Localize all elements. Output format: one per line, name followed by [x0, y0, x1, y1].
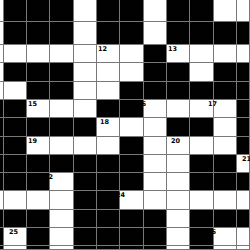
cell-r5c4-white[interactable] [74, 100, 97, 118]
cell-r4c8-black [167, 82, 190, 100]
cell-r13c8-white[interactable] [167, 246, 190, 250]
cell-r7c5-white[interactable] [97, 137, 120, 155]
cell-r1c10-black [214, 22, 237, 45]
cell-r2c4-white[interactable] [74, 45, 97, 63]
cell-r0c10-white[interactable] [214, 0, 237, 22]
cell-r3c6-white[interactable] [120, 63, 144, 82]
cell-r13c7-black [144, 246, 167, 250]
cell-r0c9-black [190, 0, 214, 22]
cell-r13c3-white[interactable] [50, 246, 74, 250]
cell-r12c5-black [97, 228, 120, 246]
cell-r6c7-white[interactable] [144, 118, 167, 137]
cell-r2c7-black [144, 45, 167, 63]
cell-r1c5-black [97, 22, 120, 45]
cell-r3c4-white[interactable] [74, 63, 97, 82]
cell-r10c1-white[interactable] [4, 191, 27, 210]
cell-r7c7-white[interactable] [144, 137, 167, 155]
clue-number-20: 20 [171, 138, 180, 145]
clue-number-25: 25 [9, 229, 18, 236]
cell-r12c11-white[interactable] [237, 228, 250, 246]
cell-r6c8-black [167, 118, 190, 137]
cell-r3c5-white[interactable] [97, 63, 120, 82]
cell-r8c2-black [27, 155, 50, 173]
cell-r7c10-white[interactable] [214, 137, 237, 155]
cell-r9c11-black [237, 173, 250, 191]
cell-r11c6-black [120, 210, 144, 228]
cell-r12c6-black [120, 228, 144, 246]
cell-r10c11-white[interactable] [237, 191, 250, 210]
cell-r1c7-white[interactable] [144, 22, 167, 45]
cell-r4c11-black [237, 82, 250, 100]
cell-r8c5-black [97, 155, 120, 173]
cell-r10c9-white[interactable] [190, 191, 214, 210]
cell-r1c6-black [120, 22, 144, 45]
clue-number-16: 16 [137, 101, 146, 108]
cell-r3c1-black [4, 63, 27, 82]
cell-r3c2-black [27, 63, 50, 82]
cell-r5c10-white[interactable]: 17 [214, 100, 237, 118]
cell-r12c7-black [144, 228, 167, 246]
cell-r11c7-black [144, 210, 167, 228]
cell-r11c1-black [4, 210, 27, 228]
cell-r9c6-black [120, 173, 144, 191]
cell-r8c3-black [50, 155, 74, 173]
cell-r9c9-black [190, 173, 214, 191]
cell-r5c7-white[interactable]: 16 [144, 100, 167, 118]
cell-r0c1-black [4, 0, 27, 22]
cell-r6c1-black [4, 118, 27, 137]
cell-r11c3-white[interactable] [50, 210, 74, 228]
clue-number-24: 24 [116, 192, 125, 199]
crossword-grid: 12131516171819202122242526 [0, 0, 250, 250]
cell-r2c9-white[interactable] [190, 45, 214, 63]
cell-r1c1-black [4, 22, 27, 45]
clue-number-15: 15 [28, 101, 37, 108]
cell-r6c6-white[interactable] [120, 118, 144, 137]
cell-r11c9-black [190, 210, 214, 228]
clue-number-22: 22 [44, 174, 53, 181]
cell-r13c2-black [27, 246, 50, 250]
cell-r2c5-white[interactable]: 12 [97, 45, 120, 63]
cell-r9c1-black [4, 173, 27, 191]
cell-r13c11-white[interactable] [237, 246, 250, 250]
cell-r3c7-black [144, 63, 167, 82]
clue-number-13: 13 [168, 46, 177, 53]
cell-r4c3-black [50, 82, 74, 100]
cell-r3c9-white[interactable] [190, 63, 214, 82]
cell-r0c5-black [97, 0, 120, 22]
cell-r10c7-white[interactable] [144, 191, 167, 210]
cell-r3c3-black [50, 63, 74, 82]
cell-r11c8-white[interactable] [167, 210, 190, 228]
cell-r3c10-black [214, 63, 237, 82]
cell-r9c5-black [97, 173, 120, 191]
cell-r4c6-black [120, 82, 144, 100]
cell-r4c4-white[interactable] [74, 82, 97, 100]
cell-r8c7-white[interactable] [144, 155, 167, 173]
cell-r11c10-black [214, 210, 237, 228]
cell-r11c11-black [237, 210, 250, 228]
cell-r9c10-black [214, 173, 237, 191]
cell-r9c8-white[interactable] [167, 173, 190, 191]
cell-r7c8-white[interactable]: 20 [167, 137, 190, 155]
cell-r6c4-black [74, 118, 97, 137]
cell-r12c3-white[interactable] [50, 228, 74, 246]
cell-r8c10-black [214, 155, 237, 173]
cell-r4c1-white[interactable] [4, 82, 27, 100]
cell-r9c7-white[interactable] [144, 173, 167, 191]
cell-r10c4-black [74, 191, 97, 210]
cell-r4c9-black [190, 82, 214, 100]
cell-r4c7-black [144, 82, 167, 100]
cell-r2c2-white[interactable] [27, 45, 50, 63]
cell-r12c1-white[interactable]: 25 [4, 228, 27, 246]
cell-r2c8-white[interactable]: 13 [167, 45, 190, 63]
clue-number-12: 12 [98, 46, 107, 53]
cell-r3c11-black [237, 63, 250, 82]
cell-r11c4-black [74, 210, 97, 228]
cell-r3c8-black [167, 63, 190, 82]
cell-r6c11-black [237, 118, 250, 137]
cell-r0c2-black [27, 0, 50, 22]
cell-r13c6-black [120, 246, 144, 250]
cell-r5c5-black [97, 100, 120, 118]
cell-r10c6-white[interactable]: 24 [120, 191, 144, 210]
cell-r5c8-white[interactable] [167, 100, 190, 118]
cell-r0c4-white[interactable] [74, 0, 97, 22]
cell-r0c6-black [120, 0, 144, 22]
clue-number-19: 19 [28, 138, 37, 145]
cell-r7c3-white[interactable] [50, 137, 74, 155]
cell-r0c11-white[interactable] [237, 0, 250, 22]
cell-r10c2-white[interactable] [27, 191, 50, 210]
clue-number-17: 17 [208, 101, 217, 108]
cell-r5c3-white[interactable] [50, 100, 74, 118]
cell-r2c3-white[interactable] [50, 45, 74, 63]
cell-r8c1-black [4, 155, 27, 173]
cell-r8c6-black [120, 155, 144, 173]
clue-number-26: 26 [207, 229, 216, 236]
cell-r8c9-black [190, 155, 214, 173]
cell-r7c6-black [120, 137, 144, 155]
cell-r9c4-black [74, 173, 97, 191]
cell-r10c8-white[interactable] [167, 191, 190, 210]
cell-r2c6-white[interactable] [120, 45, 144, 63]
clue-number-21: 21 [242, 156, 250, 163]
cell-r1c2-black [27, 22, 50, 45]
cell-r4c5-white[interactable] [97, 82, 120, 100]
cell-r5c1-black [4, 100, 27, 118]
cell-r13c4-black [74, 246, 97, 250]
cell-r5c2-white[interactable]: 15 [27, 100, 50, 118]
cell-r11c2-black [27, 210, 50, 228]
cell-r7c9-white[interactable] [190, 137, 214, 155]
cell-r5c11-black [237, 100, 250, 118]
cell-r6c10-white[interactable] [214, 118, 237, 137]
cell-r7c2-white[interactable]: 19 [27, 137, 50, 155]
cell-r8c11-white[interactable]: 21 [237, 155, 250, 173]
cell-r6c3-black [50, 118, 74, 137]
crossword-screenshot: 12131516171819202122242526 [0, 0, 250, 250]
cell-r1c3-black [50, 22, 74, 45]
cell-r13c9-black [190, 246, 214, 250]
cell-r2c1-white[interactable] [4, 45, 27, 63]
cell-r4c10-black [214, 82, 237, 100]
cell-r0c8-black [167, 0, 190, 22]
cell-r10c10-white[interactable] [214, 191, 237, 210]
cell-r13c1-white[interactable] [4, 246, 27, 250]
cell-r9c3-white[interactable]: 22 [50, 173, 74, 191]
cell-r12c8-white[interactable] [167, 228, 190, 246]
cell-r2c10-white[interactable] [214, 45, 237, 63]
cell-r6c9-black [190, 118, 214, 137]
cell-r1c11-black [237, 22, 250, 45]
cell-r12c10-white[interactable]: 26 [214, 228, 237, 246]
cell-r13c10-white[interactable] [214, 246, 237, 250]
cell-r1c9-black [190, 22, 214, 45]
cell-r7c1-black [4, 137, 27, 155]
cell-r12c2-black [27, 228, 50, 246]
cell-r7c4-white[interactable] [74, 137, 97, 155]
clue-number-18: 18 [100, 119, 109, 126]
cell-r1c8-black [167, 22, 190, 45]
cell-r0c3-black [50, 0, 74, 22]
cell-r8c4-black [74, 155, 97, 173]
cell-r2c11-white[interactable] [237, 45, 250, 63]
cell-r12c4-black [74, 228, 97, 246]
cell-r11c5-black [97, 210, 120, 228]
cell-r1c4-white[interactable] [74, 22, 97, 45]
cell-r7c11-black [237, 137, 250, 155]
cell-r13c5-black [97, 246, 120, 250]
cell-r6c2-black [27, 118, 50, 137]
cell-r4c2-black [27, 82, 50, 100]
cell-r0c7-white[interactable] [144, 0, 167, 22]
cell-r8c8-white[interactable] [167, 155, 190, 173]
cell-r6c5-white[interactable]: 18 [97, 118, 120, 137]
cell-r10c3-white[interactable] [50, 191, 74, 210]
